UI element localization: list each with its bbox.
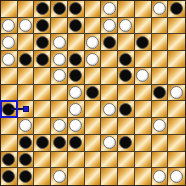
white-stone xyxy=(153,2,166,15)
black-stone xyxy=(86,86,99,99)
cell-r2c10[interactable] xyxy=(152,18,169,35)
cell-r3c8[interactable] xyxy=(118,34,135,51)
black-stone xyxy=(36,36,49,49)
cell-r7c1[interactable] xyxy=(1,101,18,118)
black-stone xyxy=(103,36,116,49)
cell-r8c3[interactable] xyxy=(34,118,51,135)
cell-r10c2[interactable] xyxy=(18,152,35,169)
cell-r6c7[interactable] xyxy=(101,85,118,102)
cell-r10c8[interactable] xyxy=(118,152,135,169)
black-stone xyxy=(69,19,82,32)
cell-r2c6[interactable] xyxy=(85,18,102,35)
cell-r3c9[interactable] xyxy=(135,34,152,51)
cell-r5c3[interactable] xyxy=(34,68,51,85)
cell-r3c1[interactable] xyxy=(1,34,18,51)
cell-r7c8[interactable] xyxy=(118,101,135,118)
black-stone xyxy=(136,36,149,49)
black-stone xyxy=(2,103,15,116)
white-stone xyxy=(69,86,82,99)
cell-r5c9[interactable] xyxy=(135,68,152,85)
cell-r1c8[interactable] xyxy=(118,1,135,18)
cell-r2c9[interactable] xyxy=(135,18,152,35)
cell-r5c11[interactable] xyxy=(168,68,185,85)
black-stone xyxy=(69,2,82,15)
white-stone xyxy=(86,53,99,66)
black-stone xyxy=(2,170,15,183)
cell-r1c7[interactable] xyxy=(101,1,118,18)
black-stone xyxy=(170,2,183,15)
black-stone xyxy=(69,136,82,149)
cell-r2c4[interactable] xyxy=(51,18,68,35)
game-board xyxy=(0,0,186,186)
white-stone xyxy=(53,119,66,132)
cell-r5c7[interactable] xyxy=(101,68,118,85)
cell-r5c6[interactable] xyxy=(85,68,102,85)
white-stone xyxy=(69,103,82,116)
cell-r11c2[interactable] xyxy=(18,168,35,185)
black-stone xyxy=(119,53,132,66)
cell-r5c2[interactable] xyxy=(18,68,35,85)
black-stone xyxy=(153,86,166,99)
cell-r6c2[interactable] xyxy=(18,85,35,102)
cell-r7c2[interactable] xyxy=(18,101,35,118)
white-stone xyxy=(2,36,15,49)
cell-r10c5[interactable] xyxy=(68,152,85,169)
cell-r4c7[interactable] xyxy=(101,51,118,68)
cell-r5c4[interactable] xyxy=(51,68,68,85)
cell-r9c3[interactable] xyxy=(34,135,51,152)
cell-r9c2[interactable] xyxy=(18,135,35,152)
black-stone xyxy=(19,153,32,166)
white-stone xyxy=(69,119,82,132)
white-stone xyxy=(2,53,15,66)
white-stone xyxy=(53,53,66,66)
cell-r8c9[interactable] xyxy=(135,118,152,135)
cell-r10c3[interactable] xyxy=(34,152,51,169)
cell-r9c4[interactable] xyxy=(51,135,68,152)
cell-r11c3[interactable] xyxy=(34,168,51,185)
cell-r4c3[interactable] xyxy=(34,51,51,68)
cell-r11c6[interactable] xyxy=(85,168,102,185)
cell-r1c11[interactable] xyxy=(168,1,185,18)
cell-r5c10[interactable] xyxy=(152,68,169,85)
cell-r9c9[interactable] xyxy=(135,135,152,152)
cell-r7c3[interactable] xyxy=(34,101,51,118)
cell-r3c5[interactable] xyxy=(68,34,85,51)
cell-r6c3[interactable] xyxy=(34,85,51,102)
cell-r4c4[interactable] xyxy=(51,51,68,68)
cell-r6c9[interactable] xyxy=(135,85,152,102)
white-stone xyxy=(86,36,99,49)
black-stone xyxy=(19,53,32,66)
cell-r6c6[interactable] xyxy=(85,85,102,102)
cell-r9c1[interactable] xyxy=(1,135,18,152)
cell-r8c8[interactable] xyxy=(118,118,135,135)
cell-r3c2[interactable] xyxy=(18,34,35,51)
cell-r7c10[interactable] xyxy=(152,101,169,118)
cell-r4c9[interactable] xyxy=(135,51,152,68)
cell-r3c10[interactable] xyxy=(152,34,169,51)
white-stone xyxy=(136,69,149,82)
cell-r1c2[interactable] xyxy=(18,1,35,18)
black-stone xyxy=(119,136,132,149)
cell-r8c7[interactable] xyxy=(101,118,118,135)
white-stone xyxy=(153,119,166,132)
cell-r6c5[interactable] xyxy=(68,85,85,102)
white-stone xyxy=(170,170,183,183)
black-stone xyxy=(69,69,82,82)
cell-r11c5[interactable] xyxy=(68,168,85,185)
cell-r8c4[interactable] xyxy=(51,118,68,135)
cell-r10c9[interactable] xyxy=(135,152,152,169)
cell-r6c11[interactable] xyxy=(168,85,185,102)
cell-r8c2[interactable] xyxy=(18,118,35,135)
black-stone xyxy=(2,153,15,166)
cell-r9c10[interactable] xyxy=(152,135,169,152)
cell-r5c5[interactable] xyxy=(68,68,85,85)
cell-r9c6[interactable] xyxy=(85,135,102,152)
cell-r8c1[interactable] xyxy=(1,118,18,135)
cell-r1c5[interactable] xyxy=(68,1,85,18)
cell-r3c6[interactable] xyxy=(85,34,102,51)
cell-r4c11[interactable] xyxy=(168,51,185,68)
cell-r7c7[interactable] xyxy=(101,101,118,118)
cell-r1c1[interactable] xyxy=(1,1,18,18)
cell-r1c10[interactable] xyxy=(152,1,169,18)
cell-r6c1[interactable] xyxy=(1,85,18,102)
white-stone xyxy=(53,170,66,183)
cell-r11c4[interactable] xyxy=(51,168,68,185)
black-stone xyxy=(36,2,49,15)
black-stone xyxy=(69,53,82,66)
cell-r1c9[interactable] xyxy=(135,1,152,18)
cell-r7c9[interactable] xyxy=(135,101,152,118)
cell-r5c1[interactable] xyxy=(1,68,18,85)
cell-r2c2[interactable] xyxy=(18,18,35,35)
cell-r4c5[interactable] xyxy=(68,51,85,68)
cell-r8c11[interactable] xyxy=(168,118,185,135)
white-stone xyxy=(19,119,32,132)
cell-r1c6[interactable] xyxy=(85,1,102,18)
cell-r5c8[interactable] xyxy=(118,68,135,85)
cell-r4c10[interactable] xyxy=(152,51,169,68)
white-stone xyxy=(103,19,116,32)
cell-r10c7[interactable] xyxy=(101,152,118,169)
cell-r11c7[interactable] xyxy=(101,168,118,185)
cell-r8c6[interactable] xyxy=(85,118,102,135)
white-stone xyxy=(53,69,66,82)
black-stone xyxy=(19,170,32,183)
black-stone xyxy=(53,2,66,15)
cell-r10c1[interactable] xyxy=(1,152,18,169)
black-stone xyxy=(36,136,49,149)
cell-r9c5[interactable] xyxy=(68,135,85,152)
black-stone xyxy=(36,19,49,32)
cell-r11c1[interactable] xyxy=(1,168,18,185)
cell-r3c7[interactable] xyxy=(101,34,118,51)
cell-r1c4[interactable] xyxy=(51,1,68,18)
cell-r6c8[interactable] xyxy=(118,85,135,102)
cell-r10c6[interactable] xyxy=(85,152,102,169)
cell-r8c10[interactable] xyxy=(152,118,169,135)
white-stone xyxy=(103,103,116,116)
white-stone xyxy=(170,86,183,99)
cell-r3c11[interactable] xyxy=(168,34,185,51)
cell-r3c3[interactable] xyxy=(34,34,51,51)
cell-r1c3[interactable] xyxy=(34,1,51,18)
cell-r7c6[interactable] xyxy=(85,101,102,118)
move-indicator-dot xyxy=(23,106,29,112)
cell-r2c3[interactable] xyxy=(34,18,51,35)
cell-r4c1[interactable] xyxy=(1,51,18,68)
white-stone xyxy=(2,19,15,32)
cell-r11c10[interactable] xyxy=(152,168,169,185)
white-stone xyxy=(103,136,116,149)
cell-r8c5[interactable] xyxy=(68,118,85,135)
cell-r7c11[interactable] xyxy=(168,101,185,118)
cell-r6c4[interactable] xyxy=(51,85,68,102)
white-stone xyxy=(103,2,116,15)
cell-r10c11[interactable] xyxy=(168,152,185,169)
cell-r2c5[interactable] xyxy=(68,18,85,35)
white-stone xyxy=(53,36,66,49)
black-stone xyxy=(119,103,132,116)
white-stone xyxy=(19,19,32,32)
cell-r4c6[interactable] xyxy=(85,51,102,68)
cell-r2c8[interactable] xyxy=(118,18,135,35)
cell-r9c7[interactable] xyxy=(101,135,118,152)
cell-r2c11[interactable] xyxy=(168,18,185,35)
cell-r11c9[interactable] xyxy=(135,168,152,185)
black-stone xyxy=(53,136,66,149)
cell-r7c5[interactable] xyxy=(68,101,85,118)
cell-r4c8[interactable] xyxy=(118,51,135,68)
cell-r10c10[interactable] xyxy=(152,152,169,169)
cell-r3c4[interactable] xyxy=(51,34,68,51)
cell-r10c4[interactable] xyxy=(51,152,68,169)
cell-r2c1[interactable] xyxy=(1,18,18,35)
cell-r7c4[interactable] xyxy=(51,101,68,118)
cell-r4c2[interactable] xyxy=(18,51,35,68)
black-stone xyxy=(119,69,132,82)
white-stone xyxy=(119,19,132,32)
black-stone xyxy=(36,53,49,66)
cell-r9c8[interactable] xyxy=(118,135,135,152)
cell-r9c11[interactable] xyxy=(168,135,185,152)
black-stone xyxy=(19,136,32,149)
cell-r6c10[interactable] xyxy=(152,85,169,102)
white-stone xyxy=(153,170,166,183)
cell-r2c7[interactable] xyxy=(101,18,118,35)
cell-r11c8[interactable] xyxy=(118,168,135,185)
cell-r11c11[interactable] xyxy=(168,168,185,185)
